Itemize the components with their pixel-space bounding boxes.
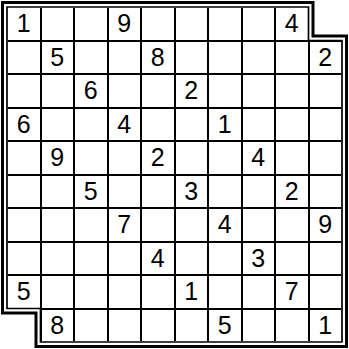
given-cell-r7c10[interactable]: 9 <box>310 209 342 241</box>
empty-cell-r8c7[interactable] <box>209 243 241 275</box>
empty-cell-r6c7[interactable] <box>209 176 241 208</box>
empty-cell-r10c5[interactable] <box>142 310 174 342</box>
empty-cell-r4c2[interactable] <box>42 109 74 141</box>
given-cell-r4c7[interactable]: 1 <box>209 109 241 141</box>
empty-cell-r7c5[interactable] <box>142 209 174 241</box>
given-cell-r1c9[interactable]: 4 <box>276 8 308 40</box>
given-cell-r2c5[interactable]: 8 <box>142 42 174 74</box>
empty-cell-r1c6[interactable] <box>176 8 208 40</box>
empty-cell-r2c7[interactable] <box>209 42 241 74</box>
empty-cell-r8c6[interactable] <box>176 243 208 275</box>
empty-cell-r2c1[interactable] <box>8 42 40 74</box>
empty-cell-r2c6[interactable] <box>176 42 208 74</box>
empty-cell-r9c4[interactable] <box>109 276 141 308</box>
given-cell-r8c5[interactable]: 4 <box>142 243 174 275</box>
empty-cell-r6c2[interactable] <box>42 176 74 208</box>
empty-cell-r6c5[interactable] <box>142 176 174 208</box>
empty-cell-r6c1[interactable] <box>8 176 40 208</box>
empty-cell-r7c3[interactable] <box>75 209 107 241</box>
given-cell-r10c2[interactable]: 8 <box>42 310 74 342</box>
given-cell-r1c4[interactable]: 9 <box>109 8 141 40</box>
given-cell-r6c6[interactable]: 3 <box>176 176 208 208</box>
empty-cell-r9c2[interactable] <box>42 276 74 308</box>
empty-cell-r4c5[interactable] <box>142 109 174 141</box>
empty-cell-r10c3[interactable] <box>75 310 107 342</box>
empty-cell-r8c2[interactable] <box>42 243 74 275</box>
given-cell-r6c9[interactable]: 2 <box>276 176 308 208</box>
empty-cell-r9c5[interactable] <box>142 276 174 308</box>
empty-cell-r5c4[interactable] <box>109 142 141 174</box>
empty-cell-r9c7[interactable] <box>209 276 241 308</box>
given-cell-r7c4[interactable]: 7 <box>109 209 141 241</box>
empty-cell-r8c1[interactable] <box>8 243 40 275</box>
empty-cell-r3c1[interactable] <box>8 75 40 107</box>
empty-cell-r3c9[interactable] <box>276 75 308 107</box>
empty-cell-r5c10[interactable] <box>310 142 342 174</box>
empty-cell-r3c8[interactable] <box>243 75 275 107</box>
empty-cell-r3c5[interactable] <box>142 75 174 107</box>
given-cell-r9c9[interactable]: 7 <box>276 276 308 308</box>
empty-cell-r8c10[interactable] <box>310 243 342 275</box>
board-notch-top-right <box>308 0 349 41</box>
empty-cell-r5c1[interactable] <box>8 142 40 174</box>
empty-cell-r2c8[interactable] <box>243 42 275 74</box>
empty-cell-r7c6[interactable] <box>176 209 208 241</box>
empty-cell-r6c8[interactable] <box>243 176 275 208</box>
given-cell-r5c5[interactable]: 2 <box>142 142 174 174</box>
empty-cell-r1c8[interactable] <box>243 8 275 40</box>
empty-cell-r10c9[interactable] <box>276 310 308 342</box>
given-cell-r4c4[interactable]: 4 <box>109 109 141 141</box>
empty-cell-r3c2[interactable] <box>42 75 74 107</box>
given-cell-r2c2[interactable]: 5 <box>42 42 74 74</box>
empty-cell-r5c6[interactable] <box>176 142 208 174</box>
given-cell-r5c8[interactable]: 4 <box>243 142 275 174</box>
empty-cell-r1c7[interactable] <box>209 8 241 40</box>
empty-cell-r6c4[interactable] <box>109 176 141 208</box>
empty-cell-r1c2[interactable] <box>42 8 74 40</box>
given-cell-r7c7[interactable]: 4 <box>209 209 241 241</box>
empty-cell-r1c5[interactable] <box>142 8 174 40</box>
empty-cell-r8c3[interactable] <box>75 243 107 275</box>
empty-cell-r1c3[interactable] <box>75 8 107 40</box>
empty-cell-r8c9[interactable] <box>276 243 308 275</box>
empty-cell-r3c4[interactable] <box>109 75 141 107</box>
empty-cell-r10c4[interactable] <box>109 310 141 342</box>
empty-cell-r7c8[interactable] <box>243 209 275 241</box>
given-cell-r10c7[interactable]: 5 <box>209 310 241 342</box>
empty-cell-r4c10[interactable] <box>310 109 342 141</box>
given-cell-r1c1[interactable]: 1 <box>8 8 40 40</box>
empty-cell-r10c6[interactable] <box>176 310 208 342</box>
empty-cell-r4c6[interactable] <box>176 109 208 141</box>
empty-cell-r2c4[interactable] <box>109 42 141 74</box>
empty-cell-r9c8[interactable] <box>243 276 275 308</box>
given-cell-r3c6[interactable]: 2 <box>176 75 208 107</box>
given-cell-r4c1[interactable]: 6 <box>8 109 40 141</box>
empty-cell-r3c7[interactable] <box>209 75 241 107</box>
given-cell-r6c3[interactable]: 5 <box>75 176 107 208</box>
empty-cell-r7c1[interactable] <box>8 209 40 241</box>
given-cell-r9c6[interactable]: 1 <box>176 276 208 308</box>
empty-cell-r2c3[interactable] <box>75 42 107 74</box>
empty-cell-r9c3[interactable] <box>75 276 107 308</box>
given-cell-r5c2[interactable]: 9 <box>42 142 74 174</box>
empty-cell-r2c9[interactable] <box>276 42 308 74</box>
empty-cell-r5c9[interactable] <box>276 142 308 174</box>
empty-cell-r4c9[interactable] <box>276 109 308 141</box>
empty-cell-r7c2[interactable] <box>42 209 74 241</box>
given-cell-r8c8[interactable]: 3 <box>243 243 275 275</box>
empty-cell-r7c9[interactable] <box>276 209 308 241</box>
empty-cell-r5c7[interactable] <box>209 142 241 174</box>
given-cell-r3c3[interactable]: 6 <box>75 75 107 107</box>
empty-cell-r6c10[interactable] <box>310 176 342 208</box>
empty-cell-r10c8[interactable] <box>243 310 275 342</box>
empty-cell-r9c10[interactable] <box>310 276 342 308</box>
empty-cell-r4c3[interactable] <box>75 109 107 141</box>
given-cell-r9c1[interactable]: 5 <box>8 276 40 308</box>
board-notch-bottom-left <box>0 308 41 349</box>
empty-cell-r8c4[interactable] <box>109 243 141 275</box>
puzzle-grid: 1945826264192453274943517851 <box>8 8 341 341</box>
empty-cell-r4c8[interactable] <box>243 109 275 141</box>
given-cell-r10c10[interactable]: 1 <box>310 310 342 342</box>
empty-cell-r5c3[interactable] <box>75 142 107 174</box>
given-cell-r2c10[interactable]: 2 <box>310 42 342 74</box>
empty-cell-r3c10[interactable] <box>310 75 342 107</box>
puzzle-board: 1945826264192453274943517851 <box>0 0 349 349</box>
